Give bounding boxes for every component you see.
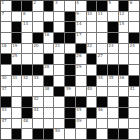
black-cell-r13c4: [33, 129, 43, 139]
black-cell-r1c9: [87, 1, 97, 11]
black-cell-r6c5: [44, 54, 54, 64]
white-cell-r2c8[interactable]: 9: [76, 12, 86, 22]
clue-number-43: 43: [2, 108, 7, 112]
white-cell-r9c3[interactable]: [22, 87, 32, 97]
clue-number-7: 7: [2, 12, 5, 16]
clue-number-23: 23: [108, 44, 113, 48]
clue-number-17: 17: [76, 33, 81, 37]
white-cell-r13c13[interactable]: [129, 129, 139, 139]
white-cell-r8c3[interactable]: 32: [22, 76, 32, 86]
white-cell-r11c2[interactable]: [12, 108, 22, 118]
black-cell-r13c2: [12, 129, 22, 139]
white-cell-r2c13[interactable]: [129, 12, 139, 22]
white-cell-r11c8[interactable]: 45: [76, 108, 86, 118]
black-cell-r3c5: [44, 22, 54, 32]
white-cell-r7c1[interactable]: [1, 65, 11, 75]
black-cell-r1c12: [119, 1, 129, 11]
clue-number-8: 8: [23, 12, 26, 16]
white-cell-r12c12[interactable]: [119, 119, 129, 129]
clue-number-37: 37: [2, 87, 7, 91]
white-cell-r12c4[interactable]: [33, 119, 43, 129]
clue-number-42: 42: [34, 97, 39, 101]
white-cell-r6c12[interactable]: [119, 54, 129, 64]
white-cell-r11c5[interactable]: [44, 108, 54, 118]
white-cell-r7c13[interactable]: [129, 65, 139, 75]
black-cell-r11c9: [87, 108, 97, 118]
white-cell-r1c13[interactable]: 6: [129, 1, 139, 11]
white-cell-r3c13[interactable]: [129, 22, 139, 32]
black-cell-r12c7: [65, 119, 75, 129]
clue-number-12: 12: [119, 12, 124, 16]
white-cell-r7c8[interactable]: 29: [76, 65, 86, 75]
white-cell-r3c3[interactable]: 13: [22, 22, 32, 32]
white-cell-r1c7[interactable]: [65, 1, 75, 11]
black-cell-r4c2: [12, 33, 22, 43]
white-cell-r10c4[interactable]: 42: [33, 97, 43, 107]
black-cell-r13c12: [119, 129, 129, 139]
clue-number-13: 13: [23, 22, 28, 26]
clue-number-19: 19: [12, 44, 17, 48]
white-cell-r5c10[interactable]: [97, 44, 107, 54]
white-cell-r6c10[interactable]: 27: [97, 54, 107, 64]
black-cell-r1c3: [22, 1, 32, 11]
clue-number-6: 6: [130, 1, 133, 5]
white-cell-r1c4[interactable]: 2: [33, 1, 43, 11]
black-cell-r8c7: [65, 76, 75, 86]
white-cell-r6c4[interactable]: [33, 54, 43, 64]
white-cell-r11c1[interactable]: 43: [1, 108, 11, 118]
white-cell-r8c11[interactable]: 35: [108, 76, 118, 86]
white-cell-r4c9[interactable]: [87, 33, 97, 43]
white-cell-r1c11[interactable]: 5: [108, 1, 118, 11]
white-cell-r6c8[interactable]: 26: [76, 54, 86, 64]
white-cell-r12c5[interactable]: [44, 119, 54, 129]
black-cell-r4c4: [33, 33, 43, 43]
white-cell-r2c12[interactable]: 12: [119, 12, 129, 22]
white-cell-r12c13[interactable]: [129, 119, 139, 129]
black-cell-r6c9: [87, 54, 97, 64]
white-cell-r9c9[interactable]: 40: [87, 87, 97, 97]
black-cell-r11c3: [22, 108, 32, 118]
white-cell-r9c2[interactable]: [12, 87, 22, 97]
white-cell-r1c8[interactable]: 4: [76, 1, 86, 11]
white-cell-r6c2[interactable]: 25: [12, 54, 22, 64]
white-cell-r4c1[interactable]: [1, 33, 11, 43]
white-cell-r2c5[interactable]: [44, 12, 54, 22]
white-cell-r13c8[interactable]: [76, 129, 86, 139]
white-cell-r4c3[interactable]: [22, 33, 32, 43]
white-cell-r3c9[interactable]: [87, 22, 97, 32]
black-cell-r3c11: [108, 22, 118, 32]
clue-number-14: 14: [76, 22, 81, 26]
clue-number-10: 10: [87, 12, 92, 16]
white-cell-r5c13[interactable]: 24: [129, 44, 139, 54]
black-cell-r10c7: [65, 97, 75, 107]
white-cell-r6c13[interactable]: [129, 54, 139, 64]
white-cell-r6c3[interactable]: [22, 54, 32, 64]
crossword-grid: 1234567891011121314151617181920212223242…: [0, 0, 140, 140]
white-cell-r5c2[interactable]: 19: [12, 44, 22, 54]
white-cell-r1c1[interactable]: 1: [1, 1, 11, 11]
white-cell-r10c5[interactable]: [44, 97, 54, 107]
clue-number-2: 2: [34, 1, 37, 5]
clue-number-18: 18: [2, 44, 7, 48]
clue-number-24: 24: [130, 44, 135, 48]
white-cell-r6c6[interactable]: [54, 54, 64, 64]
black-cell-r10c1: [1, 97, 11, 107]
white-cell-r4c12[interactable]: [119, 33, 129, 43]
white-cell-r4c5[interactable]: 16: [44, 33, 54, 43]
black-cell-r4c7: [65, 33, 75, 43]
white-cell-r13c3[interactable]: [22, 129, 32, 139]
clue-number-39: 39: [66, 87, 71, 91]
black-cell-r11c12: [119, 108, 129, 118]
white-cell-r2c11[interactable]: [108, 12, 118, 22]
white-cell-r8c2[interactable]: 31: [12, 76, 22, 86]
white-cell-r9c7[interactable]: 39: [65, 87, 75, 97]
clue-number-50: 50: [55, 129, 60, 133]
black-cell-r7c7: [65, 65, 75, 75]
white-cell-r9c11[interactable]: [108, 87, 118, 97]
clue-number-29: 29: [76, 65, 81, 69]
white-cell-r4c8[interactable]: 17: [76, 33, 86, 43]
white-cell-r10c11[interactable]: [108, 97, 118, 107]
white-cell-r10c6[interactable]: [54, 97, 64, 107]
black-cell-r1c10: [97, 1, 107, 11]
white-cell-r5c12[interactable]: [119, 44, 129, 54]
white-cell-r1c6[interactable]: 3: [54, 1, 64, 11]
white-cell-r5c6[interactable]: 21: [54, 44, 64, 54]
clue-number-31: 31: [12, 76, 17, 80]
white-cell-r11c11[interactable]: [108, 108, 118, 118]
clue-number-25: 25: [12, 54, 17, 58]
black-cell-r10c12: [119, 97, 129, 107]
white-cell-r9c4[interactable]: [33, 87, 43, 97]
white-cell-r12c10[interactable]: [97, 119, 107, 129]
black-cell-r3c7: [65, 22, 75, 32]
white-cell-r8c8[interactable]: [76, 76, 86, 86]
clue-number-40: 40: [87, 87, 92, 91]
white-cell-r5c9[interactable]: 22: [87, 44, 97, 54]
black-cell-r11c7: [65, 108, 75, 118]
white-cell-r9c1[interactable]: 37: [1, 87, 11, 97]
white-cell-r11c10[interactable]: 46: [97, 108, 107, 118]
white-cell-r12c9[interactable]: [87, 119, 97, 129]
black-cell-r10c3: [22, 97, 32, 107]
clue-number-16: 16: [44, 33, 49, 37]
clue-number-34: 34: [98, 76, 103, 80]
black-cell-r6c1: [1, 54, 11, 64]
black-cell-r7c3: [22, 65, 32, 75]
clue-number-33: 33: [34, 76, 39, 80]
white-cell-r13c6[interactable]: 50: [54, 129, 64, 139]
white-cell-r10c9[interactable]: [87, 97, 97, 107]
clue-number-15: 15: [119, 22, 124, 26]
white-cell-r7c9[interactable]: [87, 65, 97, 75]
black-cell-r7c4: [33, 65, 43, 75]
white-cell-r8c10[interactable]: 34: [97, 76, 107, 86]
clue-number-26: 26: [76, 54, 81, 58]
black-cell-r9c6: [54, 87, 64, 97]
clue-number-49: 49: [76, 119, 81, 123]
clue-number-36: 36: [119, 76, 124, 80]
black-cell-r4c11: [108, 33, 118, 43]
white-cell-r3c1[interactable]: [1, 22, 11, 32]
clue-number-30: 30: [2, 76, 7, 80]
white-cell-r6c11[interactable]: [108, 54, 118, 64]
white-cell-r2c3[interactable]: 8: [22, 12, 32, 22]
white-cell-r3c4[interactable]: [33, 22, 43, 32]
clue-number-48: 48: [23, 119, 28, 123]
white-cell-r9c5[interactable]: 38: [44, 87, 54, 97]
white-cell-r11c4[interactable]: 44: [33, 108, 43, 118]
clue-number-4: 4: [76, 1, 79, 5]
white-cell-r12c11[interactable]: [108, 119, 118, 129]
white-cell-r13c7[interactable]: [65, 129, 75, 139]
white-cell-r3c10[interactable]: [97, 22, 107, 32]
black-cell-r7c10: [97, 65, 107, 75]
clue-number-21: 21: [55, 44, 60, 48]
clue-number-47: 47: [2, 119, 7, 123]
white-cell-r5c1[interactable]: 18: [1, 44, 11, 54]
white-cell-r10c2[interactable]: [12, 97, 22, 107]
white-cell-r5c4[interactable]: 20: [33, 44, 43, 54]
clue-number-38: 38: [44, 87, 49, 91]
black-cell-r1c2: [12, 1, 22, 11]
white-cell-r7c6[interactable]: [54, 65, 64, 75]
white-cell-r7c5[interactable]: 28: [44, 65, 54, 75]
clue-number-20: 20: [34, 44, 39, 48]
white-cell-r2c10[interactable]: 11: [97, 12, 107, 22]
black-cell-r4c6: [54, 33, 64, 43]
clue-number-28: 28: [44, 65, 49, 69]
black-cell-r5c8: [76, 44, 86, 54]
white-cell-r8c4[interactable]: 33: [33, 76, 43, 86]
white-cell-r5c5[interactable]: [44, 44, 54, 54]
white-cell-r3c6[interactable]: [54, 22, 64, 32]
white-cell-r12c2[interactable]: [12, 119, 22, 129]
black-cell-r13c9: [87, 129, 97, 139]
black-cell-r7c12: [119, 65, 129, 75]
clue-number-9: 9: [76, 12, 79, 16]
clue-number-44: 44: [34, 108, 39, 112]
black-cell-r8c5: [44, 76, 54, 86]
black-cell-r2c7: [65, 12, 75, 22]
clue-number-46: 46: [98, 108, 103, 112]
white-cell-r11c6[interactable]: [54, 108, 64, 118]
white-cell-r2c4[interactable]: [33, 12, 43, 22]
clue-number-41: 41: [130, 87, 135, 91]
white-cell-r13c10[interactable]: [97, 129, 107, 139]
clue-number-27: 27: [98, 54, 103, 58]
white-cell-r5c11[interactable]: 23: [108, 44, 118, 54]
white-cell-r5c7[interactable]: [65, 44, 75, 54]
white-cell-r8c6[interactable]: [54, 76, 64, 86]
white-cell-r2c2[interactable]: [12, 12, 22, 22]
black-cell-r4c13: [129, 33, 139, 43]
white-cell-r11c13[interactable]: [129, 108, 139, 118]
white-cell-r3c8[interactable]: 14: [76, 22, 86, 32]
black-cell-r13c11: [108, 129, 118, 139]
black-cell-r6c7: [65, 54, 75, 64]
clue-number-45: 45: [76, 108, 81, 112]
white-cell-r8c12[interactable]: 36: [119, 76, 129, 86]
white-cell-r2c1[interactable]: 7: [1, 12, 11, 22]
clue-number-32: 32: [23, 76, 28, 80]
white-cell-r5c3[interactable]: [22, 44, 32, 54]
white-cell-r4c10[interactable]: [97, 33, 107, 43]
black-cell-r8c13: [129, 76, 139, 86]
white-cell-r12c6[interactable]: [54, 119, 64, 129]
clue-number-1: 1: [2, 1, 5, 5]
black-cell-r8c9: [87, 76, 97, 86]
black-cell-r13c5: [44, 129, 54, 139]
clue-number-5: 5: [108, 1, 111, 5]
white-cell-r9c8[interactable]: [76, 87, 86, 97]
black-cell-r7c11: [108, 65, 118, 75]
white-cell-r9c13[interactable]: 41: [129, 87, 139, 97]
white-cell-r13c1[interactable]: [1, 129, 11, 139]
white-cell-r9c10[interactable]: [97, 87, 107, 97]
white-cell-r12c8[interactable]: 49: [76, 119, 86, 129]
black-cell-r10c8: [76, 97, 86, 107]
white-cell-r12c1[interactable]: 47: [1, 119, 11, 129]
black-cell-r1c5: [44, 1, 54, 11]
clue-number-22: 22: [87, 44, 92, 48]
clue-number-35: 35: [108, 76, 113, 80]
white-cell-r8c1[interactable]: 30: [1, 76, 11, 86]
white-cell-r2c9[interactable]: 10: [87, 12, 97, 22]
clue-number-11: 11: [98, 12, 103, 16]
white-cell-r9c12[interactable]: [119, 87, 129, 97]
black-cell-r7c2: [12, 65, 22, 75]
white-cell-r12c3[interactable]: 48: [22, 119, 32, 129]
clue-number-3: 3: [55, 1, 58, 5]
white-cell-r3c12[interactable]: 15: [119, 22, 129, 32]
white-cell-r10c13[interactable]: [129, 97, 139, 107]
black-cell-r10c10: [97, 97, 107, 107]
white-cell-r2c6[interactable]: [54, 12, 64, 22]
black-cell-r3c2: [12, 22, 22, 32]
